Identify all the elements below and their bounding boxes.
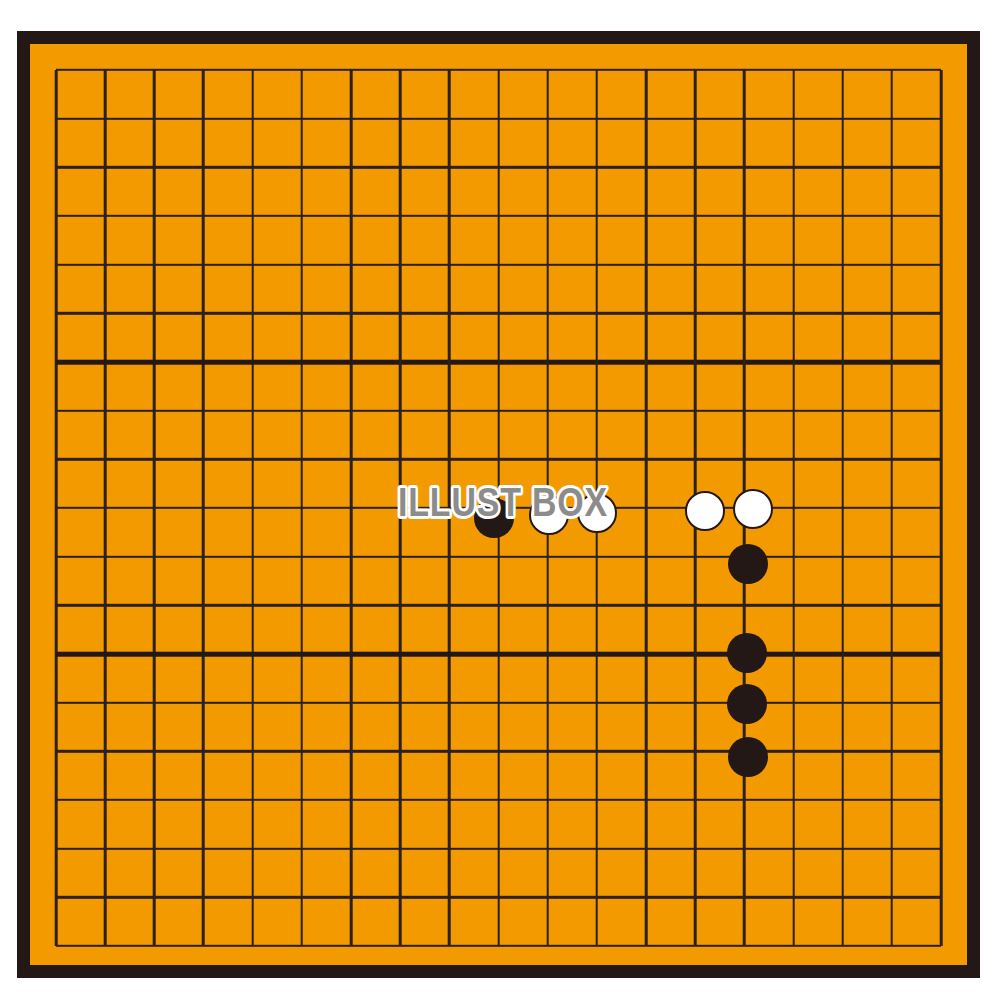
grid-line-vertical	[792, 70, 795, 946]
grid-line-vertical	[841, 70, 844, 946]
grid-line-horizontal	[56, 701, 941, 703]
grid-line-horizontal	[56, 604, 941, 606]
grid-line-horizontal	[56, 945, 941, 947]
go-board	[30, 44, 967, 965]
grid-line-horizontal	[56, 799, 941, 801]
grid-line-vertical	[645, 70, 648, 946]
grid-line-horizontal	[56, 750, 941, 752]
black-stone[interactable]	[728, 737, 768, 777]
black-stone[interactable]	[727, 684, 767, 724]
grid-line-horizontal-thick	[56, 652, 941, 657]
black-stone[interactable]	[728, 544, 768, 584]
board-grid[interactable]	[56, 70, 941, 946]
grid-line-vertical	[940, 70, 943, 946]
black-stone[interactable]	[474, 498, 514, 538]
white-stone[interactable]	[733, 489, 773, 529]
board-frame	[17, 31, 980, 978]
grid-line-horizontal	[56, 847, 941, 849]
white-stone[interactable]	[577, 493, 617, 533]
grid-line-horizontal	[56, 555, 941, 557]
white-stone[interactable]	[685, 491, 725, 531]
black-stone[interactable]	[727, 633, 767, 673]
grid-line-vertical	[891, 70, 894, 946]
white-stone[interactable]	[529, 495, 569, 535]
grid-line-horizontal	[56, 896, 941, 898]
